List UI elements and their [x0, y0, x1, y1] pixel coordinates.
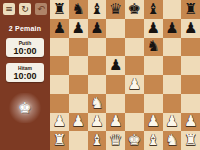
square-b3[interactable] [69, 94, 88, 113]
square-e1[interactable]: ♚ [125, 131, 144, 150]
square-d8[interactable]: ♛ [106, 0, 125, 19]
restart-icon: ↻ [21, 3, 29, 15]
black-pawn-piece[interactable]: ♟ [146, 21, 159, 36]
square-d2[interactable]: ♟ [106, 113, 125, 132]
square-g5[interactable] [163, 56, 182, 75]
white-rook-piece[interactable]: ♜ [184, 133, 197, 148]
square-g3[interactable] [163, 94, 182, 113]
white-king-icon: ♚ [18, 99, 31, 117]
black-bishop-piece[interactable]: ♝ [146, 2, 159, 17]
black-pawn-piece[interactable]: ♟ [109, 58, 122, 73]
square-a2[interactable]: ♟ [50, 113, 69, 132]
square-a3[interactable] [50, 94, 69, 113]
square-f8[interactable]: ♝ [144, 0, 163, 19]
square-f4[interactable] [144, 75, 163, 94]
white-rook-piece[interactable]: ♜ [53, 133, 66, 148]
black-clock-time: 10:00 [6, 71, 44, 81]
white-pawn-piece[interactable]: ♟ [146, 114, 159, 129]
square-h8[interactable]: ♜ [181, 0, 200, 19]
square-c2[interactable]: ♟ [88, 113, 107, 132]
square-b1[interactable] [69, 131, 88, 150]
square-a4[interactable] [50, 75, 69, 94]
black-knight-piece[interactable]: ♞ [71, 2, 84, 17]
square-c8[interactable]: ♝ [88, 0, 107, 19]
square-g7[interactable]: ♟ [163, 19, 182, 38]
square-c6[interactable] [88, 38, 107, 57]
square-c4[interactable] [88, 75, 107, 94]
black-pawn-piece[interactable]: ♟ [90, 21, 103, 36]
square-a8[interactable]: ♜ [50, 0, 69, 19]
white-clock: Putih 10:00 [6, 38, 44, 57]
undo-button[interactable]: ↶ [35, 3, 47, 15]
square-h1[interactable]: ♜ [181, 131, 200, 150]
black-pawn-piece[interactable]: ♟ [165, 21, 178, 36]
square-a5[interactable] [50, 56, 69, 75]
restart-button[interactable]: ↻ [19, 3, 31, 15]
square-g1[interactable]: ♞ [163, 131, 182, 150]
square-e8[interactable]: ♚ [125, 0, 144, 19]
square-b4[interactable] [69, 75, 88, 94]
white-pawn-piece[interactable]: ♟ [184, 114, 197, 129]
square-h4[interactable] [181, 75, 200, 94]
square-h2[interactable]: ♟ [181, 113, 200, 132]
black-clock: Hitam 10:00 [6, 63, 44, 82]
square-f2[interactable]: ♟ [144, 113, 163, 132]
square-d1[interactable]: ♛ [106, 131, 125, 150]
black-rook-piece[interactable]: ♜ [53, 2, 66, 17]
square-h3[interactable] [181, 94, 200, 113]
square-e4[interactable]: ♟ [125, 75, 144, 94]
square-f5[interactable] [144, 56, 163, 75]
square-f7[interactable]: ♟ [144, 19, 163, 38]
black-pawn-piece[interactable]: ♟ [184, 21, 197, 36]
square-e7[interactable] [125, 19, 144, 38]
square-g2[interactable]: ♟ [163, 113, 182, 132]
square-c3[interactable]: ♞ [88, 94, 107, 113]
square-f6[interactable]: ♞ [144, 38, 163, 57]
square-d3[interactable] [106, 94, 125, 113]
white-pawn-piece[interactable]: ♟ [128, 77, 141, 92]
square-d6[interactable] [106, 38, 125, 57]
white-king-piece[interactable]: ♚ [128, 133, 141, 148]
square-h5[interactable] [181, 56, 200, 75]
square-e5[interactable] [125, 56, 144, 75]
menu-icon: ≡ [5, 3, 13, 15]
black-pawn-piece[interactable]: ♟ [53, 21, 66, 36]
black-pawn-piece[interactable]: ♟ [71, 21, 84, 36]
square-b8[interactable]: ♞ [69, 0, 88, 19]
square-b6[interactable] [69, 38, 88, 57]
chess-app: ≡ ↻ ↶ 2 Pemain Putih 10:00 Hitam 10:00 ♚… [0, 0, 200, 150]
white-queen-piece[interactable]: ♛ [109, 133, 122, 148]
white-knight-piece[interactable]: ♞ [165, 133, 178, 148]
chess-board: ♜♞♝♛♚♝♜♟♟♟♟♟♟♞♟♟♞♟♟♟♟♟♟♟♜♝♛♚♝♞♜ [50, 0, 200, 150]
white-knight-piece[interactable]: ♞ [90, 96, 103, 111]
square-d4[interactable] [106, 75, 125, 94]
black-queen-piece[interactable]: ♛ [109, 2, 122, 17]
white-pawn-piece[interactable]: ♟ [71, 114, 84, 129]
turn-indicator: ♚ [9, 93, 41, 123]
menu-button[interactable]: ≡ [3, 3, 15, 15]
square-f3[interactable] [144, 94, 163, 113]
square-f1[interactable]: ♝ [144, 131, 163, 150]
square-g6[interactable] [163, 38, 182, 57]
white-clock-time: 10:00 [6, 46, 44, 56]
square-b5[interactable] [69, 56, 88, 75]
square-d5[interactable]: ♟ [106, 56, 125, 75]
white-pawn-piece[interactable]: ♟ [109, 114, 122, 129]
square-e3[interactable] [125, 94, 144, 113]
square-b7[interactable]: ♟ [69, 19, 88, 38]
square-a7[interactable]: ♟ [50, 19, 69, 38]
square-a1[interactable]: ♜ [50, 131, 69, 150]
square-b2[interactable]: ♟ [69, 113, 88, 132]
square-h7[interactable]: ♟ [181, 19, 200, 38]
square-g4[interactable] [163, 75, 182, 94]
white-pawn-piece[interactable]: ♟ [53, 114, 66, 129]
square-e2[interactable] [125, 113, 144, 132]
white-pawn-piece[interactable]: ♟ [90, 114, 103, 129]
square-d7[interactable] [106, 19, 125, 38]
square-c1[interactable]: ♝ [88, 131, 107, 150]
game-mode-label: 2 Pemain [9, 25, 41, 32]
square-h6[interactable] [181, 38, 200, 57]
white-bishop-piece[interactable]: ♝ [146, 133, 159, 148]
white-bishop-piece[interactable]: ♝ [90, 133, 103, 148]
black-rook-piece[interactable]: ♜ [184, 2, 197, 17]
square-c5[interactable] [88, 56, 107, 75]
sidebar: ≡ ↻ ↶ 2 Pemain Putih 10:00 Hitam 10:00 ♚ [0, 0, 50, 150]
black-king-piece[interactable]: ♚ [128, 2, 141, 17]
square-a6[interactable] [50, 38, 69, 57]
square-e6[interactable] [125, 38, 144, 57]
toolbar: ≡ ↻ ↶ [0, 0, 50, 15]
undo-icon: ↶ [37, 3, 45, 15]
square-c7[interactable]: ♟ [88, 19, 107, 38]
black-knight-piece[interactable]: ♞ [146, 39, 159, 54]
square-g8[interactable] [163, 0, 182, 19]
white-pawn-piece[interactable]: ♟ [165, 114, 178, 129]
black-bishop-piece[interactable]: ♝ [90, 2, 103, 17]
